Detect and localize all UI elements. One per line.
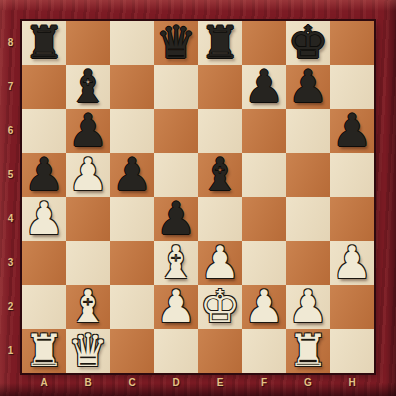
rank-label-4: 4 [0,197,21,241]
square-f7[interactable]: ♟ [242,65,286,109]
black-pawn-piece[interactable]: ♟ [68,109,108,153]
square-b7[interactable]: ♝ [66,65,110,109]
square-e5[interactable]: ♝ [198,153,242,197]
square-b8[interactable] [66,21,110,65]
black-pawn-piece[interactable]: ♟ [244,65,284,109]
square-a2[interactable] [22,285,66,329]
square-b6[interactable]: ♟ [66,109,110,153]
square-d5[interactable] [154,153,198,197]
square-a7[interactable] [22,65,66,109]
rank-label-2: 2 [0,285,21,329]
square-e7[interactable] [198,65,242,109]
square-c1[interactable] [110,329,154,373]
rank-label-5: 5 [0,153,21,197]
black-pawn-piece[interactable]: ♟ [112,153,152,197]
square-d6[interactable] [154,109,198,153]
square-e4[interactable] [198,197,242,241]
square-a6[interactable] [22,109,66,153]
file-label-e: E [198,373,242,392]
square-e8[interactable]: ♜ [198,21,242,65]
white-bishop-piece[interactable]: ♝ [68,285,108,329]
square-a1[interactable]: ♜ [22,329,66,373]
square-f6[interactable] [242,109,286,153]
square-c2[interactable] [110,285,154,329]
square-g7[interactable]: ♟ [286,65,330,109]
square-c6[interactable] [110,109,154,153]
square-h1[interactable] [330,329,374,373]
square-h8[interactable] [330,21,374,65]
square-h3[interactable]: ♟ [330,241,374,285]
white-pawn-piece[interactable]: ♟ [156,285,196,329]
chess-board: ♜♛♜♚♝♟♟♟♟♟♟♟♝♟♟♝♟♟♝♟♚♟♟♜♛♜ [22,21,374,373]
rank-label-3: 3 [0,241,21,285]
square-d7[interactable] [154,65,198,109]
file-label-d: D [154,373,198,392]
square-b2[interactable]: ♝ [66,285,110,329]
square-c4[interactable] [110,197,154,241]
square-e3[interactable]: ♟ [198,241,242,285]
white-rook-piece[interactable]: ♜ [288,329,328,373]
square-b3[interactable] [66,241,110,285]
rank-label-1: 1 [0,329,21,373]
file-label-h: H [330,373,374,392]
square-g4[interactable] [286,197,330,241]
square-f5[interactable] [242,153,286,197]
black-pawn-piece[interactable]: ♟ [24,153,64,197]
square-h6[interactable]: ♟ [330,109,374,153]
square-b1[interactable]: ♛ [66,329,110,373]
white-pawn-piece[interactable]: ♟ [68,153,108,197]
square-g5[interactable] [286,153,330,197]
square-h2[interactable] [330,285,374,329]
white-pawn-piece[interactable]: ♟ [288,285,328,329]
black-rook-piece[interactable]: ♜ [24,21,64,65]
square-a4[interactable]: ♟ [22,197,66,241]
square-g1[interactable]: ♜ [286,329,330,373]
square-b5[interactable]: ♟ [66,153,110,197]
square-g6[interactable] [286,109,330,153]
square-c3[interactable] [110,241,154,285]
rank-label-8: 8 [0,21,21,65]
black-king-piece[interactable]: ♚ [288,21,328,65]
white-rook-piece[interactable]: ♜ [24,329,64,373]
square-h5[interactable] [330,153,374,197]
white-king-piece[interactable]: ♚ [200,285,240,329]
rank-label-7: 7 [0,65,21,109]
white-pawn-piece[interactable]: ♟ [332,241,372,285]
square-e1[interactable] [198,329,242,373]
black-bishop-piece[interactable]: ♝ [68,65,108,109]
rank-label-6: 6 [0,109,21,153]
square-f2[interactable]: ♟ [242,285,286,329]
square-c7[interactable] [110,65,154,109]
square-e6[interactable] [198,109,242,153]
square-g2[interactable]: ♟ [286,285,330,329]
file-label-c: C [110,373,154,392]
black-rook-piece[interactable]: ♜ [200,21,240,65]
black-pawn-piece[interactable]: ♟ [156,197,196,241]
black-pawn-piece[interactable]: ♟ [288,65,328,109]
white-bishop-piece[interactable]: ♝ [156,241,196,285]
square-h7[interactable] [330,65,374,109]
black-pawn-piece[interactable]: ♟ [332,109,372,153]
file-label-a: A [22,373,66,392]
square-d3[interactable]: ♝ [154,241,198,285]
square-d4[interactable]: ♟ [154,197,198,241]
file-label-f: F [242,373,286,392]
white-pawn-piece[interactable]: ♟ [200,241,240,285]
square-f4[interactable] [242,197,286,241]
square-f1[interactable] [242,329,286,373]
square-d8[interactable]: ♛ [154,21,198,65]
file-label-g: G [286,373,330,392]
square-b4[interactable] [66,197,110,241]
white-queen-piece[interactable]: ♛ [68,329,108,373]
square-a8[interactable]: ♜ [22,21,66,65]
square-d1[interactable] [154,329,198,373]
square-f8[interactable] [242,21,286,65]
white-pawn-piece[interactable]: ♟ [244,285,284,329]
square-g3[interactable] [286,241,330,285]
file-label-b: B [66,373,110,392]
square-f3[interactable] [242,241,286,285]
square-h4[interactable] [330,197,374,241]
square-g8[interactable]: ♚ [286,21,330,65]
square-a3[interactable] [22,241,66,285]
square-e2[interactable]: ♚ [198,285,242,329]
black-bishop-piece[interactable]: ♝ [200,153,240,197]
square-a5[interactable]: ♟ [22,153,66,197]
white-pawn-piece[interactable]: ♟ [24,197,64,241]
square-c5[interactable]: ♟ [110,153,154,197]
black-queen-piece[interactable]: ♛ [156,21,196,65]
square-c8[interactable] [110,21,154,65]
square-d2[interactable]: ♟ [154,285,198,329]
board-frame: ♜♛♜♚♝♟♟♟♟♟♟♟♝♟♟♝♟♟♝♟♚♟♟♜♛♜ 87654321 ABCD… [0,0,396,396]
